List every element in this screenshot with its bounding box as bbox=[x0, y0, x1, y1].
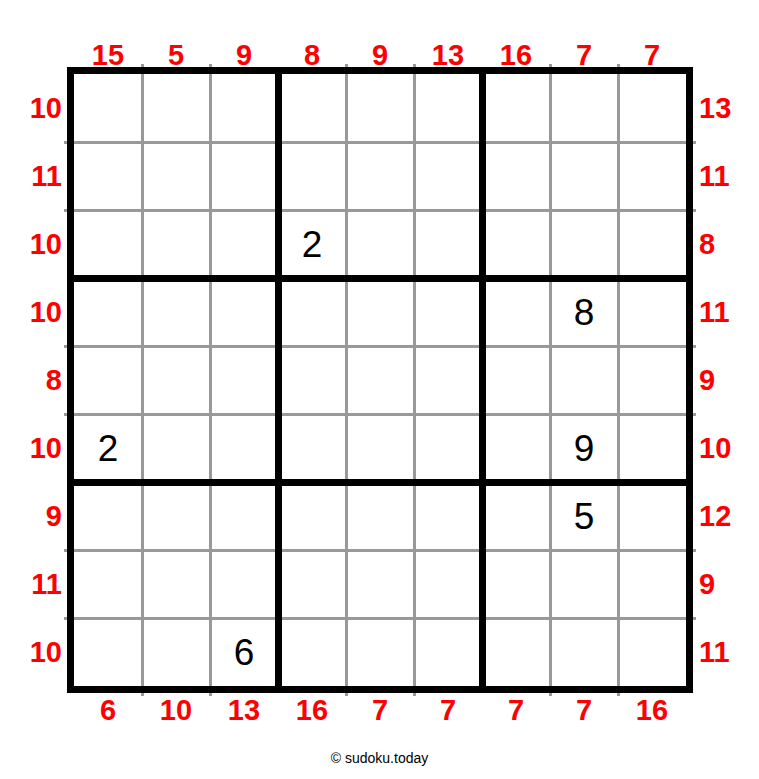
cell-r4c1[interactable] bbox=[74, 278, 142, 346]
cell-r1c7[interactable] bbox=[482, 74, 550, 142]
cell-r7c1[interactable] bbox=[74, 482, 142, 550]
puzzle-page: 155989131677 6101316777716 1011101081091… bbox=[0, 0, 759, 779]
right-clue-3: 8 bbox=[699, 210, 759, 278]
cell-r7c3[interactable] bbox=[210, 482, 278, 550]
top-clue-1: 15 bbox=[74, 40, 142, 70]
cell-r3c7[interactable] bbox=[482, 210, 550, 278]
cell-r4c5[interactable] bbox=[346, 278, 414, 346]
cell-r8c7[interactable] bbox=[482, 550, 550, 618]
left-clue-9: 10 bbox=[0, 618, 62, 686]
bottom-clue-4: 16 bbox=[278, 695, 346, 725]
right-clue-2: 11 bbox=[699, 142, 759, 210]
cell-r6c3[interactable] bbox=[210, 414, 278, 482]
top-clue-4: 8 bbox=[278, 40, 346, 70]
cell-r6c4[interactable] bbox=[278, 414, 346, 482]
cell-r4c6[interactable] bbox=[414, 278, 482, 346]
right-clue-4: 11 bbox=[699, 278, 759, 346]
right-clue-5: 9 bbox=[699, 346, 759, 414]
left-clue-5: 8 bbox=[0, 346, 62, 414]
top-clues: 155989131677 bbox=[74, 40, 686, 70]
bottom-clue-7: 7 bbox=[482, 695, 550, 725]
cell-r2c1[interactable] bbox=[74, 142, 142, 210]
left-clue-6: 10 bbox=[0, 414, 62, 482]
cell-r5c5[interactable] bbox=[346, 346, 414, 414]
cell-r4c2[interactable] bbox=[142, 278, 210, 346]
top-clue-2: 5 bbox=[142, 40, 210, 70]
bottom-clue-6: 7 bbox=[414, 695, 482, 725]
left-clue-1: 10 bbox=[0, 74, 62, 142]
cell-r7c7[interactable] bbox=[482, 482, 550, 550]
cell-r6c2[interactable] bbox=[142, 414, 210, 482]
cell-r4c8[interactable]: 8 bbox=[550, 278, 618, 346]
cell-r6c8[interactable]: 9 bbox=[550, 414, 618, 482]
left-clue-2: 11 bbox=[0, 142, 62, 210]
cell-r9c3[interactable]: 6 bbox=[210, 618, 278, 686]
cell-r9c1[interactable] bbox=[74, 618, 142, 686]
cell-r5c7[interactable] bbox=[482, 346, 550, 414]
footer-credit: © sudoku.today bbox=[0, 750, 759, 766]
cell-r7c5[interactable] bbox=[346, 482, 414, 550]
frame-right bbox=[686, 67, 693, 693]
cell-r9c4[interactable] bbox=[278, 618, 346, 686]
cell-grid: 282956 bbox=[74, 74, 686, 686]
cell-r1c3[interactable] bbox=[210, 74, 278, 142]
cell-r8c9[interactable] bbox=[618, 550, 686, 618]
frame-bottom bbox=[67, 686, 693, 693]
cell-r1c6[interactable] bbox=[414, 74, 482, 142]
cell-r8c6[interactable] bbox=[414, 550, 482, 618]
cell-r1c2[interactable] bbox=[142, 74, 210, 142]
left-clue-4: 10 bbox=[0, 278, 62, 346]
cell-r2c9[interactable] bbox=[618, 142, 686, 210]
cell-r5c1[interactable] bbox=[74, 346, 142, 414]
cell-r3c8[interactable] bbox=[550, 210, 618, 278]
right-clue-8: 9 bbox=[699, 550, 759, 618]
cell-r5c9[interactable] bbox=[618, 346, 686, 414]
cell-r7c6[interactable] bbox=[414, 482, 482, 550]
left-clue-8: 11 bbox=[0, 550, 62, 618]
cell-r3c3[interactable] bbox=[210, 210, 278, 278]
right-clue-7: 12 bbox=[699, 482, 759, 550]
cell-r1c1[interactable] bbox=[74, 74, 142, 142]
cell-r7c2[interactable] bbox=[142, 482, 210, 550]
cell-r9c7[interactable] bbox=[482, 618, 550, 686]
cell-r7c9[interactable] bbox=[618, 482, 686, 550]
top-clue-3: 9 bbox=[210, 40, 278, 70]
right-clues: 131181191012911 bbox=[699, 74, 759, 686]
bottom-clues: 6101316777716 bbox=[74, 695, 686, 725]
cell-r2c8[interactable] bbox=[550, 142, 618, 210]
cell-r6c6[interactable] bbox=[414, 414, 482, 482]
cell-r1c4[interactable] bbox=[278, 74, 346, 142]
cell-r7c8[interactable]: 5 bbox=[550, 482, 618, 550]
cell-r4c4[interactable] bbox=[278, 278, 346, 346]
cell-r4c3[interactable] bbox=[210, 278, 278, 346]
cell-r2c6[interactable] bbox=[414, 142, 482, 210]
right-clue-6: 10 bbox=[699, 414, 759, 482]
cell-r7c4[interactable] bbox=[278, 482, 346, 550]
cell-r3c1[interactable] bbox=[74, 210, 142, 278]
cell-r5c4[interactable] bbox=[278, 346, 346, 414]
cell-r5c3[interactable] bbox=[210, 346, 278, 414]
cell-r2c5[interactable] bbox=[346, 142, 414, 210]
cell-r2c2[interactable] bbox=[142, 142, 210, 210]
top-clue-9: 7 bbox=[618, 40, 686, 70]
cell-r5c2[interactable] bbox=[142, 346, 210, 414]
bottom-clue-8: 7 bbox=[550, 695, 618, 725]
cell-r6c9[interactable] bbox=[618, 414, 686, 482]
left-clue-7: 9 bbox=[0, 482, 62, 550]
cell-r5c6[interactable] bbox=[414, 346, 482, 414]
cell-r8c1[interactable] bbox=[74, 550, 142, 618]
left-clue-3: 10 bbox=[0, 210, 62, 278]
cell-r9c9[interactable] bbox=[618, 618, 686, 686]
bottom-clue-3: 13 bbox=[210, 695, 278, 725]
cell-r9c6[interactable] bbox=[414, 618, 482, 686]
sudoku-board: 282956 bbox=[67, 67, 693, 693]
top-clue-5: 9 bbox=[346, 40, 414, 70]
bottom-clue-9: 16 bbox=[618, 695, 686, 725]
cell-r4c9[interactable] bbox=[618, 278, 686, 346]
top-clue-6: 13 bbox=[414, 40, 482, 70]
cell-r9c5[interactable] bbox=[346, 618, 414, 686]
cell-r8c3[interactable] bbox=[210, 550, 278, 618]
cell-r2c7[interactable] bbox=[482, 142, 550, 210]
frame-top bbox=[67, 67, 693, 74]
top-clue-7: 16 bbox=[482, 40, 550, 70]
cell-r9c2[interactable] bbox=[142, 618, 210, 686]
cell-r6c1[interactable]: 2 bbox=[74, 414, 142, 482]
cell-r8c2[interactable] bbox=[142, 550, 210, 618]
cell-r6c5[interactable] bbox=[346, 414, 414, 482]
cell-r1c5[interactable] bbox=[346, 74, 414, 142]
cell-r6c7[interactable] bbox=[482, 414, 550, 482]
cell-r3c4[interactable]: 2 bbox=[278, 210, 346, 278]
cell-r8c5[interactable] bbox=[346, 550, 414, 618]
right-clue-9: 11 bbox=[699, 618, 759, 686]
top-clue-8: 7 bbox=[550, 40, 618, 70]
bottom-clue-2: 10 bbox=[142, 695, 210, 725]
cell-r3c6[interactable] bbox=[414, 210, 482, 278]
cell-r3c9[interactable] bbox=[618, 210, 686, 278]
bottom-clue-5: 7 bbox=[346, 695, 414, 725]
cell-r3c2[interactable] bbox=[142, 210, 210, 278]
frame-left bbox=[67, 67, 74, 693]
cell-r8c8[interactable] bbox=[550, 550, 618, 618]
bottom-clue-1: 6 bbox=[74, 695, 142, 725]
cell-r3c5[interactable] bbox=[346, 210, 414, 278]
left-clues: 1011101081091110 bbox=[0, 74, 62, 686]
right-clue-1: 13 bbox=[699, 74, 759, 142]
cell-r1c8[interactable] bbox=[550, 74, 618, 142]
cell-r1c9[interactable] bbox=[618, 74, 686, 142]
cell-r4c7[interactable] bbox=[482, 278, 550, 346]
cell-r9c8[interactable] bbox=[550, 618, 618, 686]
cell-r2c4[interactable] bbox=[278, 142, 346, 210]
cell-r8c4[interactable] bbox=[278, 550, 346, 618]
cell-r5c8[interactable] bbox=[550, 346, 618, 414]
cell-r2c3[interactable] bbox=[210, 142, 278, 210]
